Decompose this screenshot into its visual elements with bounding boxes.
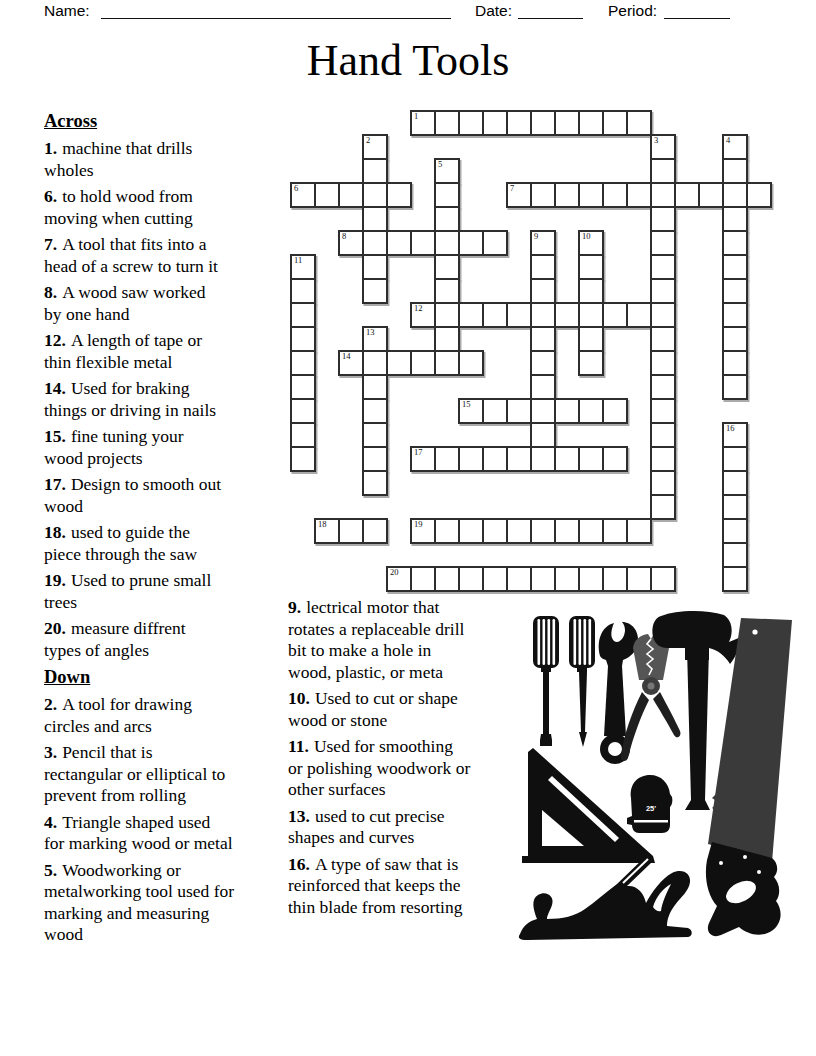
clue-number: 5 [438, 160, 442, 169]
grid-cell[interactable]: 6 [290, 182, 316, 208]
grid-cell[interactable] [386, 230, 412, 256]
grid-cell[interactable] [554, 566, 580, 592]
grid-cell[interactable] [578, 398, 604, 424]
clue-10: 10.Used to cut or shape wood or stone [288, 688, 518, 731]
grid-cell[interactable] [578, 110, 604, 136]
grid-cell[interactable] [650, 254, 676, 280]
clue-13: 13.used to cut precise shapes and curves [288, 806, 518, 849]
grid-cell[interactable]: 14 [338, 350, 364, 376]
grid-cell[interactable] [722, 542, 748, 568]
grid-cell[interactable] [362, 446, 388, 472]
worksheet-page: Name: Date: Period: Hand Tools 123456789… [0, 0, 816, 1056]
grid-cell[interactable] [362, 278, 388, 304]
grid-cell[interactable] [290, 374, 316, 400]
grid-cell[interactable]: 2 [362, 134, 388, 160]
grid-cell[interactable] [698, 182, 724, 208]
grid-cell[interactable] [746, 182, 772, 208]
grid-cell[interactable] [434, 446, 460, 472]
grid-cell[interactable] [530, 302, 556, 328]
grid-cell[interactable] [626, 182, 652, 208]
grid-cell[interactable] [554, 518, 580, 544]
grid-cell[interactable] [602, 182, 628, 208]
grid-cell[interactable] [482, 110, 508, 136]
clue-5: 5.Woodworking or metalworking tool used … [44, 860, 276, 946]
period-label: Period: [608, 2, 657, 20]
grid-cell[interactable] [602, 566, 628, 592]
grid-cell[interactable]: 11 [290, 254, 316, 280]
grid-cell[interactable] [530, 518, 556, 544]
grid-cell[interactable] [362, 470, 388, 496]
grid-cell[interactable]: 19 [410, 518, 436, 544]
grid-cell[interactable]: 13 [362, 326, 388, 352]
handsaw-icon [706, 618, 792, 936]
grid-cell[interactable] [530, 566, 556, 592]
grid-cell[interactable]: 18 [314, 518, 340, 544]
period-blank-line [664, 3, 730, 19]
grid-cell[interactable] [482, 566, 508, 592]
grid-cell[interactable] [482, 230, 508, 256]
grid-cell[interactable] [362, 518, 388, 544]
grid-cell[interactable] [650, 158, 676, 184]
grid-cell[interactable] [578, 326, 604, 352]
grid-cell[interactable] [722, 182, 748, 208]
grid-cell[interactable] [362, 374, 388, 400]
grid-cell[interactable] [290, 326, 316, 352]
grid-cell[interactable] [458, 518, 484, 544]
grid-cell[interactable] [338, 518, 364, 544]
grid-cell[interactable] [314, 182, 340, 208]
grid-cell[interactable] [650, 398, 676, 424]
clue-15: 15.fine tuning your wood projects [44, 426, 276, 469]
name-blank-line [101, 3, 451, 19]
grid-cell[interactable] [362, 158, 388, 184]
grid-cell[interactable] [482, 518, 508, 544]
grid-cell[interactable] [722, 350, 748, 376]
clue-number: 11 [294, 256, 302, 265]
grid-cell[interactable] [458, 110, 484, 136]
clue-number: 7 [510, 184, 514, 193]
grid-cell[interactable]: 15 [458, 398, 484, 424]
grid-cell[interactable] [530, 110, 556, 136]
grid-cell[interactable] [482, 398, 508, 424]
grid-cell[interactable] [506, 302, 532, 328]
grid-cell[interactable] [722, 470, 748, 496]
clue-number: 12 [414, 304, 423, 313]
grid-cell[interactable] [650, 470, 676, 496]
grid-cell[interactable] [650, 230, 676, 256]
grid-cell[interactable] [458, 302, 484, 328]
grid-cell[interactable] [386, 182, 412, 208]
grid-cell[interactable] [650, 494, 676, 520]
grid-cell[interactable] [362, 422, 388, 448]
grid-cell[interactable]: 5 [434, 158, 460, 184]
phillips-screwdriver-icon [569, 616, 595, 747]
grid-cell[interactable] [722, 158, 748, 184]
grid-cell[interactable]: 9 [530, 230, 556, 256]
clue-11: 11.Used for smoothing or polishing woodw… [288, 736, 518, 801]
clue-7: 7.A tool that fits into a head of a scre… [44, 234, 276, 277]
grid-cell[interactable] [410, 566, 436, 592]
grid-cell[interactable] [722, 254, 748, 280]
tape-measure-label: 25' [646, 804, 656, 813]
grid-cell[interactable] [362, 206, 388, 232]
grid-cell[interactable] [290, 302, 316, 328]
grid-cell[interactable] [602, 302, 628, 328]
grid-cell[interactable] [602, 110, 628, 136]
grid-cell[interactable] [506, 566, 532, 592]
down-list-1: 2.A tool for drawing circles and arcs3.P… [44, 694, 276, 946]
down-heading: Down [44, 666, 276, 688]
clue-number: 17 [414, 448, 423, 457]
grid-cell[interactable] [458, 566, 484, 592]
grid-cell[interactable] [674, 182, 700, 208]
grid-cell[interactable] [554, 182, 580, 208]
clue-number: 19 [414, 520, 423, 529]
grid-cell[interactable] [458, 446, 484, 472]
grid-cell[interactable] [650, 302, 676, 328]
grid-cell[interactable] [434, 182, 460, 208]
grid-cell[interactable]: 10 [578, 230, 604, 256]
grid-cell[interactable] [362, 350, 388, 376]
grid-cell[interactable] [530, 326, 556, 352]
grid-cell[interactable] [290, 350, 316, 376]
grid-cell[interactable] [554, 302, 580, 328]
grid-cell[interactable] [506, 518, 532, 544]
clue-6: 6.to hold wood from moving when cutting [44, 186, 276, 229]
grid-cell[interactable] [650, 206, 676, 232]
grid-cell[interactable] [578, 182, 604, 208]
grid-cell[interactable] [650, 374, 676, 400]
grid-cell[interactable]: 3 [650, 134, 676, 160]
grid-cell[interactable]: 1 [410, 110, 436, 136]
grid-cell[interactable] [650, 182, 676, 208]
flathead-screwdriver-icon [533, 616, 559, 746]
grid-cell[interactable] [650, 326, 676, 352]
clue-number: 20 [390, 568, 399, 577]
grid-cell[interactable] [362, 230, 388, 256]
grid-cell[interactable] [434, 110, 460, 136]
clue-2: 2.A tool for drawing circles and arcs [44, 694, 276, 737]
grid-cell[interactable] [434, 206, 460, 232]
grid-cell[interactable] [554, 398, 580, 424]
grid-cell[interactable] [458, 350, 484, 376]
grid-cell[interactable]: 4 [722, 134, 748, 160]
grid-cell[interactable] [650, 446, 676, 472]
grid-cell[interactable] [362, 398, 388, 424]
grid-cell[interactable] [434, 350, 460, 376]
clue-column-left: Across 1.machine that drills wholes6.to … [44, 110, 276, 951]
grid-cell[interactable] [650, 350, 676, 376]
grid-cell[interactable] [530, 374, 556, 400]
grid-cell[interactable] [722, 230, 748, 256]
clue-number: 2 [366, 136, 370, 145]
grid-cell[interactable] [362, 182, 388, 208]
grid-cell[interactable] [530, 446, 556, 472]
grid-cell[interactable] [722, 446, 748, 472]
grid-cell[interactable] [530, 398, 556, 424]
clue-12: 12.A length of tape or thin flexible met… [44, 330, 276, 373]
grid-cell[interactable] [434, 278, 460, 304]
clue-1: 1.machine that drills wholes [44, 138, 276, 181]
grid-cell[interactable] [722, 326, 748, 352]
grid-cell[interactable] [338, 182, 364, 208]
across-list: 1.machine that drills wholes6.to hold wo… [44, 138, 276, 661]
grid-cell[interactable] [578, 518, 604, 544]
grid-cell[interactable] [578, 566, 604, 592]
grid-cell[interactable] [626, 566, 652, 592]
clue-number: 14 [342, 352, 351, 361]
down-list-2: 9.lectrical motor that rotates a replace… [288, 597, 518, 918]
clue-number: 15 [462, 400, 471, 409]
clue-3: 3.Pencil that is rectangular or elliptic… [44, 742, 276, 807]
grid-cell[interactable] [434, 230, 460, 256]
grid-cell[interactable] [722, 302, 748, 328]
grid-cell[interactable]: 16 [722, 422, 748, 448]
clue-8: 8.A wood saw worked by one hand [44, 282, 276, 325]
clue-number: 3 [654, 136, 658, 145]
grid-cell[interactable] [362, 254, 388, 280]
page-title: Hand Tools [0, 36, 816, 86]
grid-cell[interactable] [722, 494, 748, 520]
grid-cell[interactable] [578, 302, 604, 328]
clue-column-middle: 9.lectrical motor that rotates a replace… [288, 597, 518, 923]
grid-cell[interactable] [602, 446, 628, 472]
crossword-grid: 1234567891011121314151617181920 [290, 110, 774, 594]
grid-cell[interactable] [650, 566, 676, 592]
grid-cell[interactable] [530, 278, 556, 304]
grid-cell[interactable] [602, 518, 628, 544]
grid-cell[interactable] [578, 278, 604, 304]
clue-number: 8 [342, 232, 346, 241]
grid-cell[interactable] [290, 446, 316, 472]
grid-cell[interactable] [482, 302, 508, 328]
grid-cell[interactable] [410, 230, 436, 256]
clue-9: 9.lectrical motor that rotates a replace… [288, 597, 518, 683]
grid-cell[interactable] [554, 446, 580, 472]
grid-cell[interactable] [506, 110, 532, 136]
grid-cell[interactable] [626, 518, 652, 544]
clue-number: 18 [318, 520, 327, 529]
clue-number: 16 [726, 424, 735, 433]
tape-measure-icon: 25' [627, 775, 672, 833]
clue-number: 13 [366, 328, 375, 337]
clue-number: 1 [414, 112, 418, 121]
grid-cell[interactable] [626, 110, 652, 136]
grid-cell[interactable]: 12 [410, 302, 436, 328]
grid-cell[interactable] [722, 206, 748, 232]
name-label: Name: [44, 2, 90, 20]
grid-cell[interactable] [386, 350, 412, 376]
grid-cell[interactable] [650, 278, 676, 304]
grid-cell[interactable] [434, 518, 460, 544]
grid-cell[interactable] [602, 398, 628, 424]
clue-20: 20.measure diffrent types of angles [44, 618, 276, 661]
grid-cell[interactable] [530, 350, 556, 376]
across-heading: Across [44, 110, 276, 132]
grid-cell[interactable] [722, 278, 748, 304]
grid-cell[interactable]: 7 [506, 182, 532, 208]
clue-16: 16.A type of saw that is reinforced that… [288, 854, 518, 919]
date-blank-line [518, 3, 583, 19]
grid-cell[interactable] [554, 110, 580, 136]
hand-plane-icon [519, 857, 692, 940]
grid-cell[interactable] [434, 326, 460, 352]
grid-cell[interactable]: 20 [386, 566, 412, 592]
clue-number: 6 [294, 184, 298, 193]
grid-cell[interactable] [578, 350, 604, 376]
date-label: Date: [475, 2, 512, 20]
grid-cell[interactable] [434, 302, 460, 328]
grid-cell[interactable] [530, 422, 556, 448]
tools-illustration: 25' [505, 604, 797, 948]
grid-cell[interactable] [506, 398, 532, 424]
grid-cell[interactable] [578, 254, 604, 280]
grid-cell[interactable] [722, 374, 748, 400]
grid-cell[interactable] [530, 182, 556, 208]
clue-4: 4.Triangle shaped used for marking wood … [44, 812, 276, 855]
grid-cell[interactable] [434, 254, 460, 280]
wrench-icon [599, 622, 638, 764]
grid-cell[interactable] [722, 566, 748, 592]
grid-cell[interactable] [434, 566, 460, 592]
grid-cell[interactable] [290, 398, 316, 424]
clue-14: 14.Used for braking things or driving in… [44, 378, 276, 421]
grid-cell[interactable] [626, 302, 652, 328]
grid-cell[interactable] [458, 230, 484, 256]
clue-19: 19.Used to prune small trees [44, 570, 276, 613]
grid-cell[interactable] [650, 422, 676, 448]
clue-number: 10 [582, 232, 591, 241]
grid-cell[interactable] [506, 446, 532, 472]
clue-17: 17.Design to smooth out wood [44, 474, 276, 517]
clue-18: 18.used to guide the piece through the s… [44, 522, 276, 565]
grid-cell[interactable] [482, 446, 508, 472]
grid-cell[interactable] [410, 350, 436, 376]
grid-cell[interactable] [578, 446, 604, 472]
grid-cell[interactable] [290, 278, 316, 304]
grid-cell[interactable]: 17 [410, 446, 436, 472]
clue-number: 9 [534, 232, 538, 241]
grid-cell[interactable]: 8 [338, 230, 364, 256]
grid-cell[interactable] [722, 518, 748, 544]
clue-number: 4 [726, 136, 730, 145]
grid-cell[interactable] [530, 254, 556, 280]
grid-cell[interactable] [290, 422, 316, 448]
